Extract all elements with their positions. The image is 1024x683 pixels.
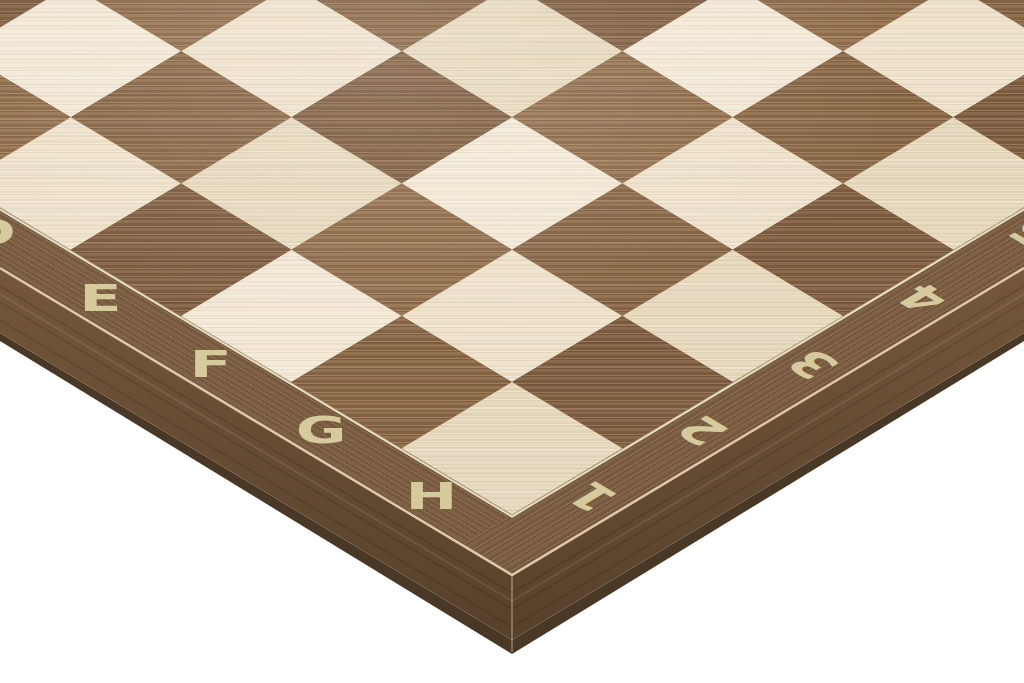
file-label-h: H [353,475,509,518]
file-label-d: D [0,210,68,253]
file-label-f: F [133,343,289,386]
playing-area [0,0,1024,514]
squares-grid [0,0,1024,514]
chessboard: ABCDEFGH87654321 [0,0,1024,576]
photo-scene: ABCDEFGH87654321 [0,0,1024,683]
file-label-e: E [22,277,178,320]
file-label-g: G [243,409,399,452]
